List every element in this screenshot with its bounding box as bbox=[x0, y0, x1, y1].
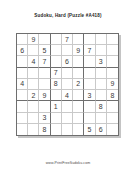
sudoku-cell-r3c2: 4 bbox=[28, 56, 39, 67]
sudoku-cell-r6c9: 8 bbox=[107, 90, 118, 101]
sudoku-cell-r3c6 bbox=[73, 56, 84, 67]
sudoku-cell-r6c8 bbox=[96, 90, 107, 101]
sudoku-cell-r1c9 bbox=[107, 34, 118, 45]
sudoku-cell-r7c8: 8 bbox=[96, 101, 107, 112]
sudoku-cell-r7c6 bbox=[73, 101, 84, 112]
sudoku-cell-r6c3: 9 bbox=[39, 90, 50, 101]
sudoku-cell-r3c9 bbox=[107, 56, 118, 67]
sudoku-cell-r9c5 bbox=[62, 124, 73, 135]
sudoku-cell-r4c3 bbox=[39, 68, 50, 79]
sudoku-cell-r5c3 bbox=[39, 79, 50, 90]
sudoku-cell-r9c4 bbox=[51, 124, 62, 135]
sudoku-cell-r2c9 bbox=[107, 45, 118, 56]
sudoku-cell-r2c1: 6 bbox=[17, 45, 28, 56]
sudoku-cell-r8c4 bbox=[51, 113, 62, 124]
sudoku-cell-r6c2: 2 bbox=[28, 90, 39, 101]
sudoku-cell-r2c7: 7 bbox=[84, 45, 95, 56]
sudoku-cell-r5c7 bbox=[84, 79, 95, 90]
sudoku-board: 97659747637482929438183856 bbox=[16, 33, 119, 136]
page-title: Sudoku, Hard (Puzzle #A418) bbox=[0, 13, 136, 18]
sudoku-cell-r3c8: 3 bbox=[96, 56, 107, 67]
sudoku-cell-r6c4 bbox=[51, 90, 62, 101]
sudoku-cell-r4c5 bbox=[62, 68, 73, 79]
sudoku-cell-r2c5 bbox=[62, 45, 73, 56]
sudoku-cell-r1c4 bbox=[51, 34, 62, 45]
sudoku-cell-r2c3: 5 bbox=[39, 45, 50, 56]
sudoku-cell-r4c1 bbox=[17, 68, 28, 79]
sudoku-cell-r6c6 bbox=[73, 90, 84, 101]
sudoku-cell-r4c7 bbox=[84, 68, 95, 79]
sudoku-cell-r5c8 bbox=[96, 79, 107, 90]
sudoku-cell-r2c8 bbox=[96, 45, 107, 56]
sudoku-cell-r1c2: 9 bbox=[28, 34, 39, 45]
sudoku-cell-r4c8 bbox=[96, 68, 107, 79]
sudoku-cell-r1c3 bbox=[39, 34, 50, 45]
sudoku-cell-r1c6 bbox=[73, 34, 84, 45]
puzzle-page: Sudoku, Hard (Puzzle #A418) 976597476374… bbox=[0, 0, 136, 176]
sudoku-cell-r7c7 bbox=[84, 101, 95, 112]
sudoku-cell-r8c1 bbox=[17, 113, 28, 124]
sudoku-cell-r9c3: 8 bbox=[39, 124, 50, 135]
sudoku-cell-r3c5: 6 bbox=[62, 56, 73, 67]
sudoku-cell-r9c6 bbox=[73, 124, 84, 135]
sudoku-cell-r6c1 bbox=[17, 90, 28, 101]
sudoku-cell-r6c5: 4 bbox=[62, 90, 73, 101]
sudoku-cell-r5c9: 9 bbox=[107, 79, 118, 90]
sudoku-cell-r7c3 bbox=[39, 101, 50, 112]
sudoku-cell-r4c9 bbox=[107, 68, 118, 79]
sudoku-cell-r8c9 bbox=[107, 113, 118, 124]
sudoku-cell-r9c2 bbox=[28, 124, 39, 135]
sudoku-cell-r5c1: 4 bbox=[17, 79, 28, 90]
sudoku-cell-r8c5 bbox=[62, 113, 73, 124]
sudoku-cell-r8c3: 3 bbox=[39, 113, 50, 124]
sudoku-cell-r2c6: 9 bbox=[73, 45, 84, 56]
sudoku-cell-r4c2 bbox=[28, 68, 39, 79]
sudoku-cell-r2c2 bbox=[28, 45, 39, 56]
sudoku-cell-r7c2 bbox=[28, 101, 39, 112]
sudoku-cell-r7c1 bbox=[17, 101, 28, 112]
sudoku-cell-r7c4: 1 bbox=[51, 101, 62, 112]
sudoku-cell-r8c8 bbox=[96, 113, 107, 124]
sudoku-cell-r7c9 bbox=[107, 101, 118, 112]
sudoku-cell-r2c4 bbox=[51, 45, 62, 56]
sudoku-cell-r5c5 bbox=[62, 79, 73, 90]
sudoku-cell-r9c9 bbox=[107, 124, 118, 135]
sudoku-cell-r1c7 bbox=[84, 34, 95, 45]
footer-url: www.PrintFreeSudoku.com bbox=[0, 161, 136, 165]
sudoku-cell-r1c8 bbox=[96, 34, 107, 45]
sudoku-cell-r1c1 bbox=[17, 34, 28, 45]
sudoku-cell-r3c3: 7 bbox=[39, 56, 50, 67]
sudoku-cell-r3c1 bbox=[17, 56, 28, 67]
sudoku-cell-r8c2 bbox=[28, 113, 39, 124]
sudoku-cell-r7c5 bbox=[62, 101, 73, 112]
sudoku-cell-r5c4: 8 bbox=[51, 79, 62, 90]
sudoku-cell-r5c6: 2 bbox=[73, 79, 84, 90]
sudoku-cell-r8c6 bbox=[73, 113, 84, 124]
sudoku-cell-r1c5: 7 bbox=[62, 34, 73, 45]
sudoku-cell-r4c6 bbox=[73, 68, 84, 79]
sudoku-cell-r3c4 bbox=[51, 56, 62, 67]
sudoku-cell-r9c1 bbox=[17, 124, 28, 135]
sudoku-cell-r4c4: 7 bbox=[51, 68, 62, 79]
sudoku-cell-r9c8: 6 bbox=[96, 124, 107, 135]
sudoku-cell-r8c7 bbox=[84, 113, 95, 124]
sudoku-cell-r5c2 bbox=[28, 79, 39, 90]
sudoku-cell-r9c7: 5 bbox=[84, 124, 95, 135]
sudoku-cell-r6c7: 3 bbox=[84, 90, 95, 101]
sudoku-cell-r3c7 bbox=[84, 56, 95, 67]
